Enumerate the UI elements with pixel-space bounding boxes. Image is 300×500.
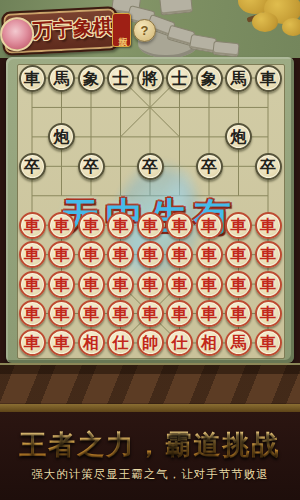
- promo-subline: 强大的计策尽显王霸之气，让对手节节败退: [0, 467, 300, 482]
- xiangqi-board: 无中生有 車馬象士將士象馬車炮炮卒卒卒卒卒車車車車車車車車車車車車車車車車車車車…: [6, 57, 294, 363]
- piece-車-r6c0[interactable]: 車: [19, 241, 46, 268]
- stone: [212, 41, 239, 58]
- piece-車-r5c4[interactable]: 車: [137, 212, 164, 239]
- help-button[interactable]: ?: [133, 19, 156, 42]
- piece-卒-r3c8[interactable]: 卒: [255, 153, 282, 180]
- piece-車-r7c5[interactable]: 車: [166, 271, 193, 298]
- piece-馬-r0c7[interactable]: 馬: [225, 65, 252, 92]
- table-edge: [0, 363, 300, 412]
- piece-車-r8c0[interactable]: 車: [19, 300, 46, 327]
- piece-車-r0c8[interactable]: 車: [255, 65, 282, 92]
- piece-車-r7c7[interactable]: 車: [225, 271, 252, 298]
- piece-車-r5c1[interactable]: 車: [48, 212, 75, 239]
- piece-車-r7c3[interactable]: 車: [107, 271, 134, 298]
- piece-士-r0c5[interactable]: 士: [166, 65, 193, 92]
- piece-車-r5c3[interactable]: 車: [107, 212, 134, 239]
- piece-相-r9c2[interactable]: 相: [78, 329, 105, 356]
- piece-相-r9c6[interactable]: 相: [196, 329, 223, 356]
- piece-象-r0c6[interactable]: 象: [196, 65, 223, 92]
- promo-headline: 王者之力，霸道挑战: [0, 427, 300, 463]
- stone: [159, 0, 193, 16]
- piece-車-r7c6[interactable]: 車: [196, 271, 223, 298]
- piece-車-r6c8[interactable]: 車: [255, 241, 282, 268]
- piece-車-r6c5[interactable]: 車: [166, 241, 193, 268]
- piece-卒-r3c4[interactable]: 卒: [137, 153, 164, 180]
- piece-車-r7c4[interactable]: 車: [137, 271, 164, 298]
- piece-車-r5c0[interactable]: 車: [19, 212, 46, 239]
- piece-卒-r3c6[interactable]: 卒: [196, 153, 223, 180]
- app-screen: 万宁象棋 大招版 ? 无中生有 車馬象士將士象馬車炮炮卒卒卒卒卒車車車車車車車車…: [0, 0, 300, 500]
- piece-車-r0c0[interactable]: 車: [19, 65, 46, 92]
- piece-車-r5c8[interactable]: 車: [255, 212, 282, 239]
- piece-車-r7c1[interactable]: 車: [48, 271, 75, 298]
- piece-車-r8c5[interactable]: 車: [166, 300, 193, 327]
- piece-車-r7c8[interactable]: 車: [255, 271, 282, 298]
- piece-車-r8c7[interactable]: 車: [225, 300, 252, 327]
- piece-車-r8c2[interactable]: 車: [78, 300, 105, 327]
- edition-seal: 大招版: [112, 13, 131, 47]
- piece-車-r5c2[interactable]: 車: [78, 212, 105, 239]
- promo-banner: 王者之力，霸道挑战 强大的计策尽显王霸之气，让对手节节败退: [0, 412, 300, 500]
- piece-卒-r3c0[interactable]: 卒: [19, 153, 46, 180]
- piece-車-r5c5[interactable]: 車: [166, 212, 193, 239]
- foliage: [282, 18, 300, 36]
- piece-車-r8c4[interactable]: 車: [137, 300, 164, 327]
- title-banner: 万宁象棋: [1, 6, 119, 56]
- piece-車-r8c8[interactable]: 車: [255, 300, 282, 327]
- piece-卒-r3c2[interactable]: 卒: [78, 153, 105, 180]
- piece-車-r5c7[interactable]: 車: [225, 212, 252, 239]
- piece-士-r0c3[interactable]: 士: [107, 65, 134, 92]
- piece-車-r9c0[interactable]: 車: [19, 329, 46, 356]
- piece-車-r7c0[interactable]: 車: [19, 271, 46, 298]
- piece-象-r0c2[interactable]: 象: [78, 65, 105, 92]
- piece-車-r6c4[interactable]: 車: [137, 241, 164, 268]
- piece-車-r6c7[interactable]: 車: [225, 241, 252, 268]
- piece-車-r5c6[interactable]: 車: [196, 212, 223, 239]
- piece-將-r0c4[interactable]: 將: [137, 65, 164, 92]
- piece-車-r6c3[interactable]: 車: [107, 241, 134, 268]
- piece-車-r8c6[interactable]: 車: [196, 300, 223, 327]
- piece-車-r8c1[interactable]: 車: [48, 300, 75, 327]
- piece-帥-r9c4[interactable]: 帥: [137, 329, 164, 356]
- piece-車-r6c2[interactable]: 車: [78, 241, 105, 268]
- piece-車-r6c1[interactable]: 車: [48, 241, 75, 268]
- piece-車-r6c6[interactable]: 車: [196, 241, 223, 268]
- app-title: 万宁象棋: [29, 13, 116, 44]
- foliage: [252, 12, 278, 32]
- piece-馬-r0c1[interactable]: 馬: [48, 65, 75, 92]
- piece-車-r7c2[interactable]: 車: [78, 271, 105, 298]
- scene-header: 万宁象棋 大招版 ?: [0, 0, 300, 58]
- piece-車-r8c3[interactable]: 車: [107, 300, 134, 327]
- piece-車-r9c8[interactable]: 車: [255, 329, 282, 356]
